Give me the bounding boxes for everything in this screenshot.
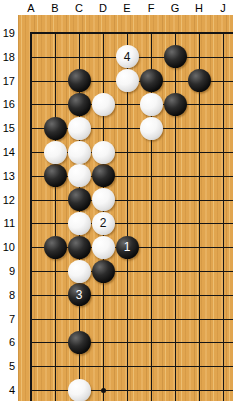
stone-white-C15[interactable] [68, 117, 91, 140]
grid-line-horizontal-4 [30, 390, 233, 391]
grid-line-vertical-G [175, 32, 176, 401]
column-label-C: C [71, 0, 87, 15]
stone-white-C14[interactable] [68, 141, 91, 164]
grid-line-horizontal-6 [30, 342, 233, 343]
stone-black-D13[interactable] [92, 164, 115, 187]
stone-black-F17[interactable] [140, 69, 163, 92]
grid-line-horizontal-19 [30, 32, 233, 34]
stone-black-B13[interactable] [44, 164, 67, 187]
row-label-7: 7 [0, 312, 15, 326]
column-label-D: D [95, 0, 111, 15]
column-label-H: H [191, 0, 207, 15]
row-label-13: 13 [0, 169, 15, 183]
stone-black-C17[interactable] [68, 69, 91, 92]
row-label-8: 8 [0, 288, 15, 302]
stone-white-C4[interactable] [68, 379, 91, 401]
stone-black-G16[interactable] [164, 93, 187, 116]
stone-black-C10[interactable] [68, 236, 91, 259]
grid-line-horizontal-16 [30, 104, 233, 105]
move-number: 1 [124, 241, 131, 253]
grid-line-horizontal-11 [30, 223, 233, 224]
stone-white-D16[interactable] [92, 93, 115, 116]
stone-white-D12[interactable] [92, 188, 115, 211]
grid-line-horizontal-8 [30, 295, 233, 296]
grid-line-vertical-A [30, 32, 32, 401]
stone-white-F16[interactable] [140, 93, 163, 116]
stone-black-D9[interactable] [92, 260, 115, 283]
stone-black-H17[interactable] [188, 69, 211, 92]
stone-white-E18[interactable]: 4 [116, 45, 139, 68]
column-label-B: B [47, 0, 63, 15]
stone-black-B10[interactable] [44, 236, 67, 259]
grid-line-horizontal-12 [30, 200, 233, 201]
column-label-E: E [119, 0, 135, 15]
grid-line-horizontal-5 [30, 366, 233, 367]
stone-black-B15[interactable] [44, 117, 67, 140]
column-label-J: J [215, 0, 231, 15]
move-number: 2 [100, 217, 107, 229]
row-label-15: 15 [0, 121, 15, 135]
row-label-12: 12 [0, 193, 15, 207]
row-label-11: 11 [0, 216, 15, 230]
row-label-9: 9 [0, 264, 15, 278]
column-label-G: G [167, 0, 183, 15]
star-point-D4 [101, 388, 106, 393]
grid-line-horizontal-7 [30, 319, 233, 320]
stone-black-C12[interactable] [68, 188, 91, 211]
move-number: 4 [124, 51, 131, 63]
grid-line-horizontal-9 [30, 271, 233, 272]
row-label-17: 17 [0, 74, 15, 88]
stone-white-C13[interactable] [68, 164, 91, 187]
stone-black-G18[interactable] [164, 45, 187, 68]
go-board-diagram: ABCDEFGHJ 19181716151413121110987654 134… [0, 0, 233, 401]
stone-black-C8[interactable]: 3 [68, 283, 91, 306]
row-label-6: 6 [0, 335, 15, 349]
column-label-A: A [23, 0, 39, 15]
stone-black-C6[interactable] [68, 331, 91, 354]
move-number: 3 [76, 289, 83, 301]
stone-white-C11[interactable] [68, 212, 91, 235]
stone-white-D14[interactable] [92, 141, 115, 164]
row-label-19: 19 [0, 26, 15, 40]
stone-white-D10[interactable] [92, 236, 115, 259]
row-label-4: 4 [0, 383, 15, 397]
row-label-16: 16 [0, 97, 15, 111]
row-label-5: 5 [0, 359, 15, 373]
go-board[interactable]: 1342 [18, 15, 233, 401]
row-label-10: 10 [0, 240, 15, 254]
stone-black-C16[interactable] [68, 93, 91, 116]
stone-black-E10[interactable]: 1 [116, 236, 139, 259]
stone-white-D11[interactable]: 2 [92, 212, 115, 235]
column-label-F: F [143, 0, 159, 15]
stone-white-F15[interactable] [140, 117, 163, 140]
stone-white-E17[interactable] [116, 69, 139, 92]
stone-white-C9[interactable] [68, 260, 91, 283]
grid-line-vertical-B [55, 32, 56, 401]
row-label-18: 18 [0, 50, 15, 64]
stone-white-B14[interactable] [44, 141, 67, 164]
grid-line-vertical-J [223, 32, 224, 401]
row-label-14: 14 [0, 145, 15, 159]
